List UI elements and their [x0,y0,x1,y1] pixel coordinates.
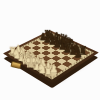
square-e5[interactable] [51,50,61,55]
square-d6[interactable] [51,45,61,50]
piece-black-pawn[interactable]: ♟ [53,39,61,49]
piece-black-bishop[interactable]: ♝ [51,31,62,45]
square-b8[interactable]: ♞ [50,36,59,41]
square-e6[interactable] [56,48,66,53]
chessboard-frame: ♜♞♝♛♚♝♞♜♟♟♟♟♟♟♟♟♟♟♟♟♟♟♟♟♜♞♝♛♚♝♞♜ [3,30,99,83]
piece-black-rook[interactable]: ♜ [43,29,52,40]
square-b6[interactable] [41,41,50,46]
square-a8[interactable]: ♜ [46,34,55,38]
square-a6[interactable] [37,38,46,43]
piece-black-pawn[interactable]: ♟ [74,49,83,60]
product-photo: ♜♞♝♛♚♝♞♜♟♟♟♟♟♟♟♟♟♟♟♟♟♟♟♟♜♞♝♛♚♝♞♜ [0,0,100,100]
piece-black-pawn[interactable]: ♟ [39,32,47,42]
square-c7[interactable]: ♟ [51,41,60,46]
square-a7[interactable]: ♟ [41,36,50,41]
piece-black-knight[interactable]: ♞ [47,30,57,42]
square-b7[interactable]: ♟ [46,38,55,43]
square-c5[interactable] [41,45,51,50]
square-a5[interactable] [32,41,41,46]
scene-3d: ♜♞♝♛♚♝♞♜♟♟♟♟♟♟♟♟♟♟♟♟♟♟♟♟♜♞♝♛♚♝♞♜ [0,0,100,100]
piece-white-rook[interactable]: ♜ [43,66,54,79]
piece-black-pawn[interactable]: ♟ [44,34,52,44]
piece-black-pawn[interactable]: ♟ [48,36,56,46]
square-c6[interactable] [46,43,55,48]
square-b5[interactable] [37,43,46,48]
square-d5[interactable] [46,48,56,53]
decorative-border: ♜♞♝♛♚♝♞♜♟♟♟♟♟♟♟♟♟♟♟♟♟♟♟♟♜♞♝♛♚♝♞♜ [8,32,94,79]
